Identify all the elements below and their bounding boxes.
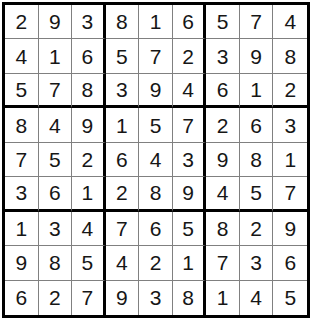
- cell-r5c2[interactable]: 5: [39, 143, 73, 177]
- cell-r7c6[interactable]: 5: [173, 212, 207, 246]
- cell-r4c8[interactable]: 6: [240, 108, 274, 142]
- cell-r9c8[interactable]: 4: [240, 281, 274, 315]
- cell-r5c9[interactable]: 1: [273, 143, 307, 177]
- cell-r1c7[interactable]: 5: [206, 5, 240, 39]
- cell-r8c2[interactable]: 8: [39, 246, 73, 280]
- cell-r9c1[interactable]: 6: [5, 281, 39, 315]
- cell-r7c2[interactable]: 3: [39, 212, 73, 246]
- cell-r7c1[interactable]: 1: [5, 212, 39, 246]
- cell-r9c4[interactable]: 9: [106, 281, 140, 315]
- cell-r7c7[interactable]: 8: [206, 212, 240, 246]
- cell-r3c8[interactable]: 1: [240, 74, 274, 108]
- cell-r2c8[interactable]: 9: [240, 39, 274, 73]
- cell-r5c7[interactable]: 9: [206, 143, 240, 177]
- cell-r1c1[interactable]: 2: [5, 5, 39, 39]
- cell-r4c5[interactable]: 5: [139, 108, 173, 142]
- cell-r8c3[interactable]: 5: [72, 246, 106, 280]
- cell-r9c3[interactable]: 7: [72, 281, 106, 315]
- cell-r3c1[interactable]: 5: [5, 74, 39, 108]
- sudoku-board: 2938165744165723985783946128491572637526…: [2, 2, 310, 318]
- cell-r4c6[interactable]: 7: [173, 108, 207, 142]
- cell-r9c7[interactable]: 1: [206, 281, 240, 315]
- cell-r6c8[interactable]: 5: [240, 177, 274, 211]
- cell-r9c6[interactable]: 8: [173, 281, 207, 315]
- cell-r6c7[interactable]: 4: [206, 177, 240, 211]
- cell-r8c8[interactable]: 3: [240, 246, 274, 280]
- cell-r3c7[interactable]: 6: [206, 74, 240, 108]
- cell-r8c5[interactable]: 2: [139, 246, 173, 280]
- cell-r1c4[interactable]: 8: [106, 5, 140, 39]
- cell-r6c2[interactable]: 6: [39, 177, 73, 211]
- cell-r9c5[interactable]: 3: [139, 281, 173, 315]
- cell-r5c8[interactable]: 8: [240, 143, 274, 177]
- cell-r5c5[interactable]: 4: [139, 143, 173, 177]
- cell-r6c5[interactable]: 8: [139, 177, 173, 211]
- cell-r2c7[interactable]: 3: [206, 39, 240, 73]
- cell-r1c5[interactable]: 1: [139, 5, 173, 39]
- cell-r2c4[interactable]: 5: [106, 39, 140, 73]
- cell-r2c2[interactable]: 1: [39, 39, 73, 73]
- cell-r9c2[interactable]: 2: [39, 281, 73, 315]
- cell-r2c3[interactable]: 6: [72, 39, 106, 73]
- cell-r4c3[interactable]: 9: [72, 108, 106, 142]
- cell-r7c4[interactable]: 7: [106, 212, 140, 246]
- cell-r5c3[interactable]: 2: [72, 143, 106, 177]
- cell-r4c7[interactable]: 2: [206, 108, 240, 142]
- cell-r4c2[interactable]: 4: [39, 108, 73, 142]
- cell-r9c9[interactable]: 5: [273, 281, 307, 315]
- cell-r2c1[interactable]: 4: [5, 39, 39, 73]
- cell-r4c1[interactable]: 8: [5, 108, 39, 142]
- cell-r5c1[interactable]: 7: [5, 143, 39, 177]
- cell-r6c4[interactable]: 2: [106, 177, 140, 211]
- cell-r4c9[interactable]: 3: [273, 108, 307, 142]
- cell-r4c4[interactable]: 1: [106, 108, 140, 142]
- cell-r3c4[interactable]: 3: [106, 74, 140, 108]
- cell-r8c4[interactable]: 4: [106, 246, 140, 280]
- cell-r7c8[interactable]: 2: [240, 212, 274, 246]
- cell-r8c9[interactable]: 6: [273, 246, 307, 280]
- cell-r2c9[interactable]: 8: [273, 39, 307, 73]
- cell-r1c3[interactable]: 3: [72, 5, 106, 39]
- cell-r5c6[interactable]: 3: [173, 143, 207, 177]
- cell-r1c2[interactable]: 9: [39, 5, 73, 39]
- cell-r8c6[interactable]: 1: [173, 246, 207, 280]
- cell-r2c5[interactable]: 7: [139, 39, 173, 73]
- cell-r7c5[interactable]: 6: [139, 212, 173, 246]
- cell-r3c2[interactable]: 7: [39, 74, 73, 108]
- cell-r3c6[interactable]: 4: [173, 74, 207, 108]
- cell-r6c9[interactable]: 7: [273, 177, 307, 211]
- cell-r8c1[interactable]: 9: [5, 246, 39, 280]
- cell-r6c1[interactable]: 3: [5, 177, 39, 211]
- cell-r7c9[interactable]: 9: [273, 212, 307, 246]
- cell-r5c4[interactable]: 6: [106, 143, 140, 177]
- cell-r1c6[interactable]: 6: [173, 5, 207, 39]
- cell-r1c9[interactable]: 4: [273, 5, 307, 39]
- cell-r1c8[interactable]: 7: [240, 5, 274, 39]
- cell-r7c3[interactable]: 4: [72, 212, 106, 246]
- cell-r8c7[interactable]: 7: [206, 246, 240, 280]
- cell-r6c3[interactable]: 1: [72, 177, 106, 211]
- cell-r2c6[interactable]: 2: [173, 39, 207, 73]
- cell-r6c6[interactable]: 9: [173, 177, 207, 211]
- cell-r3c9[interactable]: 2: [273, 74, 307, 108]
- cell-r3c5[interactable]: 9: [139, 74, 173, 108]
- cell-r3c3[interactable]: 8: [72, 74, 106, 108]
